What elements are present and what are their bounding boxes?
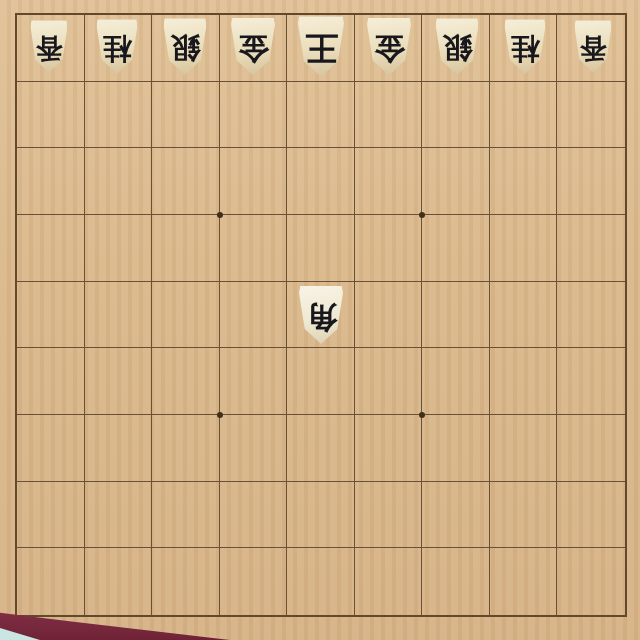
board-cell-4b[interactable] [355,82,423,149]
board-cell-5g[interactable] [287,415,355,482]
piece-kanji: 角 [306,301,337,332]
board-cell-1b[interactable] [557,82,625,149]
board-cell-8c[interactable] [85,148,153,215]
star-point [419,412,425,418]
board-cell-6g[interactable] [220,415,288,482]
board-cell-2g[interactable] [490,415,558,482]
board-cell-6f[interactable] [220,348,288,415]
board-cell-6e[interactable] [220,282,288,349]
board-cell-9h[interactable] [17,482,85,549]
board-cell-7b[interactable] [152,82,220,149]
board-cell-8h[interactable] [85,482,153,549]
piece-kanji: 金 [374,33,405,64]
board-cell-4f[interactable] [355,348,423,415]
board-cell-3h[interactable] [422,482,490,549]
board-cell-6i[interactable] [220,548,288,615]
board-cell-1e[interactable] [557,282,625,349]
board-cell-9b[interactable] [17,82,85,149]
board-cell-4d[interactable] [355,215,423,282]
board-cell-7f[interactable] [152,348,220,415]
board-cell-1c[interactable] [557,148,625,215]
board-cell-8i[interactable] [85,548,153,615]
board-cell-2e[interactable] [490,282,558,349]
board-cell-7c[interactable] [152,148,220,215]
shogi-board-photo: 香桂銀金王金銀桂香角 [0,0,640,640]
board-cell-4g[interactable] [355,415,423,482]
board-cell-5f[interactable] [287,348,355,415]
board-cell-4c[interactable] [355,148,423,215]
board-cell-7e[interactable] [152,282,220,349]
piece-kanji: 香 [35,35,62,62]
piece-kanji: 香 [580,35,607,62]
board-cell-1f[interactable] [557,348,625,415]
piece-kanji: 金 [238,33,269,64]
board-cell-5c[interactable] [287,148,355,215]
star-point [419,212,425,218]
board-cell-9i[interactable] [17,548,85,615]
board-cell-3b[interactable] [422,82,490,149]
piece-kanji: 銀 [442,33,472,63]
board-cell-3e[interactable] [422,282,490,349]
board-cell-1d[interactable] [557,215,625,282]
board-cell-6c[interactable] [220,148,288,215]
board-cell-8g[interactable] [85,415,153,482]
board-cell-2i[interactable] [490,548,558,615]
board-cell-7g[interactable] [152,415,220,482]
board-cell-8f[interactable] [85,348,153,415]
board-cell-3g[interactable] [422,415,490,482]
board-cell-2f[interactable] [490,348,558,415]
board-cell-5b[interactable] [287,82,355,149]
board-cell-9g[interactable] [17,415,85,482]
star-point [217,212,223,218]
board-cell-1h[interactable] [557,482,625,549]
board-cell-3d[interactable] [422,215,490,282]
piece-kanji: 銀 [170,33,200,63]
board-cell-7i[interactable] [152,548,220,615]
star-point [217,412,223,418]
board-cell-8b[interactable] [85,82,153,149]
board-cell-7d[interactable] [152,215,220,282]
board-cell-3i[interactable] [422,548,490,615]
piece-kanji: 王 [305,32,338,65]
board-cell-6d[interactable] [220,215,288,282]
board-cell-9d[interactable] [17,215,85,282]
board-cell-1g[interactable] [557,415,625,482]
board-cell-3c[interactable] [422,148,490,215]
board-cell-8e[interactable] [85,282,153,349]
board-cell-9e[interactable] [17,282,85,349]
board-cell-1i[interactable] [557,548,625,615]
board-cell-2b[interactable] [490,82,558,149]
board-cell-6h[interactable] [220,482,288,549]
board-cell-7h[interactable] [152,482,220,549]
board-cell-5h[interactable] [287,482,355,549]
board-cell-2h[interactable] [490,482,558,549]
board-cell-4e[interactable] [355,282,423,349]
board-cell-9c[interactable] [17,148,85,215]
board-cell-3f[interactable] [422,348,490,415]
board-cell-5d[interactable] [287,215,355,282]
piece-kanji: 桂 [103,34,132,63]
board-cell-6b[interactable] [220,82,288,149]
board-cell-4i[interactable] [355,548,423,615]
board-cell-5i[interactable] [287,548,355,615]
board-cell-2c[interactable] [490,148,558,215]
board-cell-4h[interactable] [355,482,423,549]
board-cell-9f[interactable] [17,348,85,415]
board-cell-8d[interactable] [85,215,153,282]
board-cell-2d[interactable] [490,215,558,282]
piece-kanji: 桂 [511,34,540,63]
